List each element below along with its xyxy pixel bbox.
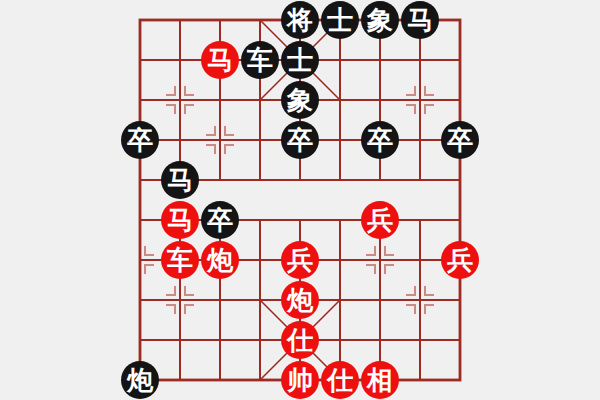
piece-black-soldier[interactable]: 卒 — [281, 121, 319, 159]
piece-red-cannon[interactable]: 炮 — [281, 281, 319, 319]
piece-red-cannon[interactable]: 炮 — [201, 241, 239, 279]
piece-black-elephant[interactable]: 象 — [281, 81, 319, 119]
piece-red-soldier[interactable]: 兵 — [441, 241, 479, 279]
piece-black-horse[interactable]: 马 — [161, 161, 199, 199]
page-background: 将士象马马车士象卒卒卒卒马马卒兵车炮兵兵炮仕炮帅仕相 — [0, 0, 600, 400]
piece-red-advisor[interactable]: 仕 — [281, 321, 319, 359]
piece-black-cannon[interactable]: 炮 — [121, 361, 159, 399]
piece-black-horse[interactable]: 马 — [401, 1, 439, 39]
piece-red-chariot[interactable]: 车 — [161, 241, 199, 279]
xiangqi-board[interactable]: 将士象马马车士象卒卒卒卒马马卒兵车炮兵兵炮仕炮帅仕相 — [140, 20, 460, 380]
piece-red-general[interactable]: 帅 — [281, 361, 319, 399]
piece-red-elephant[interactable]: 相 — [361, 361, 399, 399]
piece-red-horse[interactable]: 马 — [201, 41, 239, 79]
piece-red-horse[interactable]: 马 — [161, 201, 199, 239]
piece-black-soldier[interactable]: 卒 — [201, 201, 239, 239]
piece-black-elephant[interactable]: 象 — [361, 1, 399, 39]
piece-red-soldier[interactable]: 兵 — [361, 201, 399, 239]
piece-black-advisor[interactable]: 士 — [281, 41, 319, 79]
piece-black-chariot[interactable]: 车 — [241, 41, 279, 79]
piece-black-advisor[interactable]: 士 — [321, 1, 359, 39]
piece-black-soldier[interactable]: 卒 — [361, 121, 399, 159]
piece-red-soldier[interactable]: 兵 — [281, 241, 319, 279]
piece-red-advisor[interactable]: 仕 — [321, 361, 359, 399]
piece-black-soldier[interactable]: 卒 — [441, 121, 479, 159]
piece-black-general[interactable]: 将 — [281, 1, 319, 39]
piece-black-soldier[interactable]: 卒 — [121, 121, 159, 159]
